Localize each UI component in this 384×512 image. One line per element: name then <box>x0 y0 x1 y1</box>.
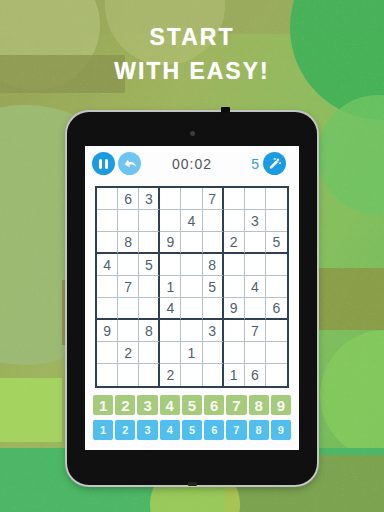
tablet-power-button <box>221 107 230 113</box>
cell-r2c4[interactable] <box>160 210 181 232</box>
cell-r2c1[interactable] <box>97 210 118 232</box>
keypad-digits-key-8[interactable]: 8 <box>249 395 269 415</box>
cell-r1c2[interactable]: 6 <box>118 188 139 210</box>
keypad-notes-key-9[interactable]: 9 <box>271 420 291 440</box>
tablet-camera-dot <box>190 131 195 136</box>
cell-r4c3[interactable]: 5 <box>139 254 160 276</box>
cell-r4c4[interactable] <box>160 254 181 276</box>
cell-r8c2[interactable]: 2 <box>118 342 139 364</box>
pause-icon <box>99 159 108 169</box>
cell-r1c8[interactable] <box>245 188 266 210</box>
bg-circle-right <box>318 95 384 215</box>
tablet-device: 00:02 5 6374389254587154496983721216 123… <box>67 112 317 485</box>
cell-r8c6[interactable] <box>203 342 224 364</box>
keypad-notes-key-1[interactable]: 1 <box>93 420 113 440</box>
bg-circle-right-low <box>320 330 384 460</box>
cell-r8c5[interactable]: 1 <box>181 342 202 364</box>
cell-r5c3[interactable] <box>139 276 160 298</box>
cell-r4c7[interactable] <box>224 254 245 276</box>
cell-r3c4[interactable]: 9 <box>160 232 181 254</box>
app-screen: 00:02 5 6374389254587154496983721216 123… <box>85 146 299 450</box>
headline: START WITH EASY! <box>0 20 384 88</box>
sudoku-board: 6374389254587154496983721216 <box>95 186 289 388</box>
cell-r1c1[interactable] <box>97 188 118 210</box>
keypad-digits-key-5[interactable]: 5 <box>182 395 202 415</box>
pause-button[interactable] <box>92 152 115 175</box>
keypad-digits-key-3[interactable]: 3 <box>137 395 157 415</box>
cell-r6c6[interactable] <box>203 298 224 320</box>
keypad-notes-key-7[interactable]: 7 <box>226 420 246 440</box>
cell-r3c1[interactable] <box>97 232 118 254</box>
headline-line1: START <box>0 20 384 54</box>
cell-r3c3[interactable] <box>139 232 160 254</box>
cell-r6c9[interactable]: 6 <box>266 298 287 320</box>
cell-r4c9[interactable] <box>266 254 287 276</box>
cell-r2c6[interactable] <box>203 210 224 232</box>
cell-r5c4[interactable]: 1 <box>160 276 181 298</box>
cell-r7c2[interactable] <box>118 320 139 342</box>
headline-line2: WITH EASY! <box>0 54 384 88</box>
keypad-digits-key-4[interactable]: 4 <box>160 395 180 415</box>
cell-r9c8[interactable]: 6 <box>245 364 266 386</box>
cell-r4c5[interactable] <box>181 254 202 276</box>
cell-r8c3[interactable] <box>139 342 160 364</box>
cell-r7c1[interactable]: 9 <box>97 320 118 342</box>
cell-r8c4[interactable] <box>160 342 181 364</box>
keypad-notes-key-3[interactable]: 3 <box>137 420 157 440</box>
cell-r2c3[interactable] <box>139 210 160 232</box>
cell-r9c2[interactable] <box>118 364 139 386</box>
cell-r7c8[interactable]: 7 <box>245 320 266 342</box>
cell-r4c1[interactable]: 4 <box>97 254 118 276</box>
undo-arrow-icon <box>121 155 138 172</box>
cell-r6c5[interactable] <box>181 298 202 320</box>
cell-r9c1[interactable] <box>97 364 118 386</box>
keypad-digits-key-1[interactable]: 1 <box>93 395 113 415</box>
cell-r3c7[interactable]: 2 <box>224 232 245 254</box>
cell-r6c8[interactable] <box>245 298 266 320</box>
keypad-digits-row: 123456789 <box>93 395 291 415</box>
keypad-digits-key-2[interactable]: 2 <box>115 395 135 415</box>
keypad-notes-key-4[interactable]: 4 <box>160 420 180 440</box>
cell-r3c9[interactable]: 5 <box>266 232 287 254</box>
cell-r9c7[interactable]: 1 <box>224 364 245 386</box>
magic-wand-icon <box>267 156 282 171</box>
cell-r1c3[interactable]: 3 <box>139 188 160 210</box>
cell-r5c8[interactable]: 4 <box>245 276 266 298</box>
cell-r9c6[interactable] <box>203 364 224 386</box>
cell-r5c5[interactable] <box>181 276 202 298</box>
cell-r3c8[interactable] <box>245 232 266 254</box>
keypad-notes-key-2[interactable]: 2 <box>115 420 135 440</box>
cell-r5c2[interactable]: 7 <box>118 276 139 298</box>
cell-r1c6[interactable]: 7 <box>203 188 224 210</box>
cell-r9c5[interactable] <box>181 364 202 386</box>
cell-r6c1[interactable] <box>97 298 118 320</box>
cell-r1c5[interactable] <box>181 188 202 210</box>
cell-r2c7[interactable] <box>224 210 245 232</box>
keypad-digits-key-9[interactable]: 9 <box>271 395 291 415</box>
cell-r5c7[interactable] <box>224 276 245 298</box>
cell-r7c3[interactable]: 8 <box>139 320 160 342</box>
cell-r9c9[interactable] <box>266 364 287 386</box>
keypad-notes-key-8[interactable]: 8 <box>249 420 269 440</box>
cell-r1c9[interactable] <box>266 188 287 210</box>
cell-r5c9[interactable] <box>266 276 287 298</box>
undo-button[interactable] <box>118 152 141 175</box>
cell-r7c9[interactable] <box>266 320 287 342</box>
cell-r8c9[interactable] <box>266 342 287 364</box>
cell-r1c4[interactable] <box>160 188 181 210</box>
cell-r9c3[interactable] <box>139 364 160 386</box>
tablet-connector-notch <box>188 482 197 486</box>
cell-r5c1[interactable] <box>97 276 118 298</box>
cell-r6c2[interactable] <box>118 298 139 320</box>
cell-r2c2[interactable] <box>118 210 139 232</box>
cell-r2c9[interactable] <box>266 210 287 232</box>
cell-r8c7[interactable] <box>224 342 245 364</box>
screenshot-root: START WITH EASY! 00:02 5 <box>0 0 384 512</box>
cell-r8c1[interactable] <box>97 342 118 364</box>
cell-r6c4[interactable]: 4 <box>160 298 181 320</box>
cell-r7c5[interactable] <box>181 320 202 342</box>
keypad-notes-row: 123456789 <box>93 420 291 440</box>
cell-r9c4[interactable]: 2 <box>160 364 181 386</box>
cell-r6c3[interactable] <box>139 298 160 320</box>
cell-r3c2[interactable]: 8 <box>118 232 139 254</box>
cell-r6c7[interactable]: 9 <box>224 298 245 320</box>
cell-r3c6[interactable] <box>203 232 224 254</box>
cell-r7c6[interactable]: 3 <box>203 320 224 342</box>
keypad-digits-key-6[interactable]: 6 <box>204 395 224 415</box>
cell-r1c7[interactable] <box>224 188 245 210</box>
cell-r4c6[interactable]: 8 <box>203 254 224 276</box>
hint-count: 5 <box>251 156 259 172</box>
keypad-notes-key-6[interactable]: 6 <box>204 420 224 440</box>
hint-button[interactable] <box>263 152 286 175</box>
cell-r7c4[interactable] <box>160 320 181 342</box>
cell-r2c8[interactable]: 3 <box>245 210 266 232</box>
cell-r8c8[interactable] <box>245 342 266 364</box>
cell-r7c7[interactable] <box>224 320 245 342</box>
keypad-notes-key-5[interactable]: 5 <box>182 420 202 440</box>
cell-r4c8[interactable] <box>245 254 266 276</box>
keypad-digits-key-7[interactable]: 7 <box>226 395 246 415</box>
cell-r5c6[interactable]: 5 <box>203 276 224 298</box>
cell-r4c2[interactable] <box>118 254 139 276</box>
cell-r2c5[interactable]: 4 <box>181 210 202 232</box>
cell-r3c5[interactable] <box>181 232 202 254</box>
bg-rect-bottomleft-lime <box>0 378 62 442</box>
